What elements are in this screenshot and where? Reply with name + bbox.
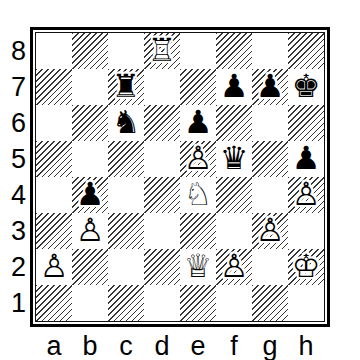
square-d8[interactable]: ♖ [144,33,180,69]
file-label-h: h [288,332,324,360]
square-g7[interactable]: ♟ [252,69,288,105]
square-b4[interactable]: ♟ [72,177,108,213]
file-label-d: d [144,332,180,360]
square-g1[interactable] [252,285,288,321]
square-b8[interactable] [72,33,108,69]
black-pawn-h5: ♟ [292,142,321,174]
square-b7[interactable] [72,69,108,105]
rank-label-1: 1 [0,285,28,321]
square-h7[interactable]: ♚ [288,69,324,105]
square-f5[interactable]: ♛ [216,141,252,177]
white-pawn-f2: ♙ [220,250,249,282]
square-f7[interactable]: ♟ [216,69,252,105]
square-a6[interactable] [36,105,72,141]
file-label-f: f [216,332,252,360]
rank-label-2: 2 [0,249,28,285]
square-b2[interactable] [72,249,108,285]
white-pawn-a2: ♙ [40,250,69,282]
square-c5[interactable] [108,141,144,177]
square-b1[interactable] [72,285,108,321]
square-e4[interactable]: ♘ [180,177,216,213]
black-queen-f5: ♛ [220,142,249,174]
black-pawn-b4: ♟ [76,178,105,210]
black-king-h7: ♚ [292,70,321,102]
square-h8[interactable] [288,33,324,69]
square-c4[interactable] [108,177,144,213]
white-rook-d8: ♖ [148,34,177,66]
square-f3[interactable] [216,213,252,249]
square-e8[interactable] [180,33,216,69]
square-c6[interactable]: ♞ [108,105,144,141]
square-c3[interactable] [108,213,144,249]
square-g8[interactable] [252,33,288,69]
square-e1[interactable] [180,285,216,321]
square-g5[interactable] [252,141,288,177]
chess-board: ♖♜♟♟♚♞♟♙♛♟♟♘♙♙♙♙♕♙♔ [35,32,325,322]
square-f2[interactable]: ♙ [216,249,252,285]
rank-label-7: 7 [0,69,28,105]
white-pawn-g3: ♙ [256,214,285,246]
black-pawn-f7: ♟ [220,70,249,102]
black-pawn-g7: ♟ [256,70,285,102]
square-c7[interactable]: ♜ [108,69,144,105]
board-frame: ♖♜♟♟♚♞♟♙♛♟♟♘♙♙♙♙♕♙♔ [30,27,330,327]
square-e7[interactable] [180,69,216,105]
rank-label-3: 3 [0,213,28,249]
square-d4[interactable] [144,177,180,213]
square-e2[interactable]: ♕ [180,249,216,285]
file-label-e: e [180,332,216,360]
square-a2[interactable]: ♙ [36,249,72,285]
square-a3[interactable] [36,213,72,249]
file-label-b: b [72,332,108,360]
square-b6[interactable] [72,105,108,141]
square-h1[interactable] [288,285,324,321]
black-knight-c6: ♞ [112,106,141,138]
square-a7[interactable] [36,69,72,105]
square-d1[interactable] [144,285,180,321]
square-c1[interactable] [108,285,144,321]
square-d6[interactable] [144,105,180,141]
chess-diagram: 87654321 ♖♜♟♟♚♞♟♙♛♟♟♘♙♙♙♙♕♙♔ abcdefgh [0,0,360,360]
square-h2[interactable]: ♔ [288,249,324,285]
rank-labels: 87654321 [0,33,28,321]
square-a1[interactable] [36,285,72,321]
square-a8[interactable] [36,33,72,69]
square-f6[interactable] [216,105,252,141]
square-e6[interactable]: ♟ [180,105,216,141]
square-g6[interactable] [252,105,288,141]
square-g3[interactable]: ♙ [252,213,288,249]
square-a5[interactable] [36,141,72,177]
square-h3[interactable] [288,213,324,249]
square-h4[interactable]: ♙ [288,177,324,213]
rank-label-8: 8 [0,33,28,69]
square-c8[interactable] [108,33,144,69]
square-d5[interactable] [144,141,180,177]
file-label-c: c [108,332,144,360]
square-g2[interactable] [252,249,288,285]
file-label-g: g [252,332,288,360]
file-labels: abcdefgh [36,332,324,360]
white-pawn-h4: ♙ [292,178,321,210]
square-e3[interactable] [180,213,216,249]
square-f8[interactable] [216,33,252,69]
black-pawn-e6: ♟ [184,106,213,138]
white-pawn-b3: ♙ [76,214,105,246]
square-b3[interactable]: ♙ [72,213,108,249]
rank-label-5: 5 [0,141,28,177]
white-king-h2: ♔ [292,250,321,282]
square-d3[interactable] [144,213,180,249]
square-c2[interactable] [108,249,144,285]
square-f1[interactable] [216,285,252,321]
square-a4[interactable] [36,177,72,213]
file-label-a: a [36,332,72,360]
rank-label-4: 4 [0,177,28,213]
square-h6[interactable] [288,105,324,141]
white-queen-e2: ♕ [184,250,213,282]
square-d7[interactable] [144,69,180,105]
square-b5[interactable] [72,141,108,177]
black-rook-c7: ♜ [112,70,141,102]
square-e5[interactable]: ♙ [180,141,216,177]
white-pawn-e5: ♙ [184,142,213,174]
square-f4[interactable] [216,177,252,213]
square-d2[interactable] [144,249,180,285]
rank-label-6: 6 [0,105,28,141]
square-h5[interactable]: ♟ [288,141,324,177]
white-knight-e4: ♘ [184,178,213,210]
square-g4[interactable] [252,177,288,213]
